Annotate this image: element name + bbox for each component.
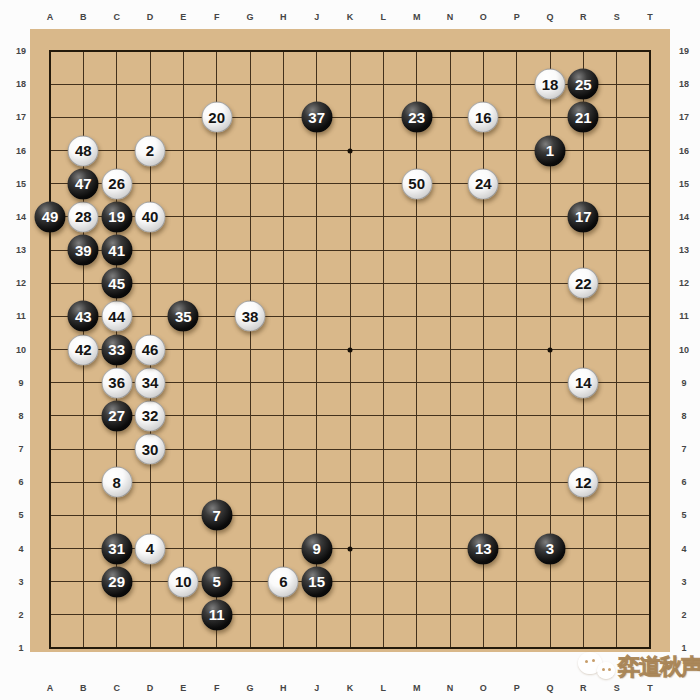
move-number: 28: [75, 208, 92, 225]
stone-white-48[interactable]: 48: [68, 135, 99, 166]
stone-black-43[interactable]: 43: [68, 301, 99, 332]
row-label-left: 4: [18, 544, 23, 554]
column-label-bottom: O: [480, 683, 487, 693]
stone-white-14[interactable]: 14: [568, 367, 599, 398]
move-number: 7: [212, 506, 220, 523]
move-number: 45: [108, 274, 125, 291]
stone-black-31[interactable]: 31: [101, 533, 132, 564]
row-label-right: 6: [681, 477, 686, 487]
column-label-top: P: [514, 12, 520, 22]
row-label-right: 5: [681, 510, 686, 520]
stone-white-42[interactable]: 42: [68, 334, 99, 365]
star-point: [348, 347, 353, 352]
row-label-left: 13: [16, 245, 26, 255]
stone-black-37[interactable]: 37: [301, 102, 332, 133]
stone-black-35[interactable]: 35: [168, 301, 199, 332]
row-label-left: 12: [16, 278, 26, 288]
row-label-right: 16: [679, 146, 689, 156]
column-label-bottom: C: [113, 683, 120, 693]
column-label-bottom: B: [80, 683, 87, 693]
move-number: 42: [75, 341, 92, 358]
stone-black-49[interactable]: 49: [35, 201, 66, 232]
wechat-icon-eye: [602, 668, 605, 671]
stone-black-17[interactable]: 17: [568, 201, 599, 232]
stone-white-22[interactable]: 22: [568, 268, 599, 299]
stone-white-12[interactable]: 12: [568, 467, 599, 498]
row-label-right: 15: [679, 179, 689, 189]
column-label-bottom: P: [514, 683, 520, 693]
column-label-top: K: [347, 12, 354, 22]
stone-white-30[interactable]: 30: [135, 434, 166, 465]
column-label-top: E: [180, 12, 186, 22]
wechat-icon: [578, 652, 602, 674]
stone-white-6[interactable]: 6: [268, 566, 299, 597]
column-label-top: D: [147, 12, 154, 22]
stone-white-10[interactable]: 10: [168, 566, 199, 597]
column-label-top: N: [447, 12, 454, 22]
stone-white-28[interactable]: 28: [68, 201, 99, 232]
row-label-right: 4: [681, 544, 686, 554]
star-point: [348, 546, 353, 551]
row-label-right: 7: [681, 444, 686, 454]
row-label-left: 6: [18, 477, 23, 487]
row-label-right: 11: [679, 311, 689, 321]
column-label-bottom: J: [314, 683, 319, 693]
row-label-left: 8: [18, 411, 23, 421]
stone-black-7[interactable]: 7: [201, 500, 232, 531]
column-label-bottom: M: [413, 683, 421, 693]
move-number: 23: [408, 108, 425, 125]
row-label-left: 2: [18, 610, 23, 620]
move-number: 14: [575, 374, 592, 391]
stone-black-45[interactable]: 45: [101, 268, 132, 299]
row-label-right: 13: [679, 245, 689, 255]
stone-white-36[interactable]: 36: [101, 367, 132, 398]
move-number: 29: [108, 573, 125, 590]
stone-black-5[interactable]: 5: [201, 566, 232, 597]
column-label-bottom: S: [614, 683, 620, 693]
move-number: 34: [142, 374, 159, 391]
row-label-left: 5: [18, 510, 23, 520]
column-label-top: Q: [546, 12, 553, 22]
row-label-left: 11: [16, 311, 26, 321]
move-number: 2: [146, 142, 154, 159]
move-number: 30: [142, 440, 159, 457]
column-label-bottom: N: [447, 683, 454, 693]
stone-white-38[interactable]: 38: [235, 301, 266, 332]
move-number: 3: [546, 540, 554, 557]
move-number: 36: [108, 374, 125, 391]
row-label-left: 10: [16, 345, 26, 355]
row-label-left: 9: [18, 378, 23, 388]
move-number: 40: [142, 208, 159, 225]
move-number: 8: [112, 473, 120, 490]
column-label-top: A: [47, 12, 54, 22]
move-number: 35: [175, 307, 192, 324]
stone-black-47[interactable]: 47: [68, 168, 99, 199]
column-label-top: C: [113, 12, 120, 22]
column-label-top: J: [314, 12, 319, 22]
stone-black-15[interactable]: 15: [301, 566, 332, 597]
column-label-bottom: E: [180, 683, 186, 693]
move-number: 18: [542, 75, 559, 92]
column-label-top: T: [647, 12, 653, 22]
stone-white-20[interactable]: 20: [201, 102, 232, 133]
stone-black-41[interactable]: 41: [101, 235, 132, 266]
move-number: 26: [108, 175, 125, 192]
move-number: 4: [146, 540, 154, 557]
row-label-right: 14: [679, 212, 689, 222]
stone-black-39[interactable]: 39: [68, 235, 99, 266]
stone-black-33[interactable]: 33: [101, 334, 132, 365]
row-label-right: 9: [681, 378, 686, 388]
move-number: 19: [108, 208, 125, 225]
column-label-bottom: R: [580, 683, 587, 693]
move-number: 6: [279, 573, 287, 590]
row-label-right: 8: [681, 411, 686, 421]
column-label-top: F: [214, 12, 220, 22]
move-number: 31: [108, 540, 125, 557]
stone-black-23[interactable]: 23: [401, 102, 432, 133]
move-number: 32: [142, 407, 159, 424]
stone-black-21[interactable]: 21: [568, 102, 599, 133]
stone-black-11[interactable]: 11: [201, 599, 232, 630]
row-label-left: 7: [18, 444, 23, 454]
stone-black-13[interactable]: 13: [468, 533, 499, 564]
move-number: 43: [75, 307, 92, 324]
wechat-icon-eye: [608, 668, 611, 671]
move-number: 41: [108, 241, 125, 258]
column-label-bottom: F: [214, 683, 220, 693]
move-number: 9: [312, 540, 320, 557]
wechat-icon-eye: [585, 660, 588, 663]
move-number: 13: [475, 540, 492, 557]
stone-white-8[interactable]: 8: [101, 467, 132, 498]
move-number: 10: [175, 573, 192, 590]
row-label-left: 1: [18, 643, 23, 653]
move-number: 24: [475, 175, 492, 192]
stone-black-19[interactable]: 19: [101, 201, 132, 232]
row-label-left: 16: [16, 146, 26, 156]
column-label-top: L: [381, 12, 387, 22]
stone-white-46[interactable]: 46: [135, 334, 166, 365]
wechat-icon-small-bubble: [597, 662, 615, 679]
column-label-top: O: [480, 12, 487, 22]
column-label-bottom: T: [647, 683, 653, 693]
move-number: 1: [546, 142, 554, 159]
column-label-top: S: [614, 12, 620, 22]
stone-black-1[interactable]: 1: [535, 135, 566, 166]
move-number: 15: [308, 573, 325, 590]
stone-white-44[interactable]: 44: [101, 301, 132, 332]
move-number: 47: [75, 175, 92, 192]
move-number: 20: [208, 108, 225, 125]
move-number: 27: [108, 407, 125, 424]
column-label-bottom: Q: [546, 683, 553, 693]
row-label-right: 18: [679, 79, 689, 89]
stone-white-16[interactable]: 16: [468, 102, 499, 133]
move-number: 50: [408, 175, 425, 192]
stone-white-2[interactable]: 2: [135, 135, 166, 166]
move-number: 12: [575, 473, 592, 490]
column-label-bottom: G: [246, 683, 253, 693]
row-label-right: 12: [679, 278, 689, 288]
stone-white-4[interactable]: 4: [135, 533, 166, 564]
row-label-left: 15: [16, 179, 26, 189]
stone-white-24[interactable]: 24: [468, 168, 499, 199]
column-label-top: H: [280, 12, 287, 22]
column-label-bottom: K: [347, 683, 354, 693]
stone-black-25[interactable]: 25: [568, 69, 599, 100]
move-number: 33: [108, 341, 125, 358]
move-number: 44: [108, 307, 125, 324]
stone-white-18[interactable]: 18: [535, 69, 566, 100]
stone-black-3[interactable]: 3: [535, 533, 566, 564]
move-number: 46: [142, 341, 159, 358]
column-label-top: R: [580, 12, 587, 22]
row-label-left: 3: [18, 577, 23, 587]
stone-white-26[interactable]: 26: [101, 168, 132, 199]
move-number: 22: [575, 274, 592, 291]
column-label-bottom: L: [381, 683, 387, 693]
move-number: 21: [575, 108, 592, 125]
row-label-right: 1: [681, 643, 686, 653]
row-label-left: 18: [16, 79, 26, 89]
column-label-top: B: [80, 12, 87, 22]
watermark-text: 弈道秋声: [618, 652, 700, 682]
column-label-bottom: D: [147, 683, 154, 693]
row-label-right: 3: [681, 577, 686, 587]
column-label-top: M: [413, 12, 421, 22]
row-label-right: 10: [679, 345, 689, 355]
column-label-bottom: A: [47, 683, 54, 693]
row-label-right: 19: [679, 46, 689, 56]
stone-white-32[interactable]: 32: [135, 400, 166, 431]
move-number: 49: [42, 208, 59, 225]
move-number: 16: [475, 108, 492, 125]
stone-black-29[interactable]: 29: [101, 566, 132, 597]
move-number: 37: [308, 108, 325, 125]
go-diagram: AABBCCDDEEFFGGHHJJKKLLMMNNOOPPQQRRSSTT19…: [0, 0, 700, 700]
row-label-left: 14: [16, 212, 26, 222]
stone-white-40[interactable]: 40: [135, 201, 166, 232]
move-number: 48: [75, 142, 92, 159]
column-label-top: G: [246, 12, 253, 22]
stone-white-34[interactable]: 34: [135, 367, 166, 398]
row-label-right: 17: [679, 112, 689, 122]
row-label-left: 17: [16, 112, 26, 122]
star-point: [548, 347, 553, 352]
column-label-bottom: H: [280, 683, 287, 693]
move-number: 11: [209, 606, 225, 623]
row-label-left: 19: [16, 46, 26, 56]
move-number: 17: [575, 208, 592, 225]
stone-black-9[interactable]: 9: [301, 533, 332, 564]
stone-white-50[interactable]: 50: [401, 168, 432, 199]
stone-black-27[interactable]: 27: [101, 400, 132, 431]
star-point: [348, 148, 353, 153]
move-number: 38: [242, 307, 259, 324]
wechat-icon-eye: [592, 659, 595, 662]
move-number: 25: [575, 75, 592, 92]
row-label-right: 2: [681, 610, 686, 620]
move-number: 5: [212, 573, 220, 590]
move-number: 39: [75, 241, 92, 258]
